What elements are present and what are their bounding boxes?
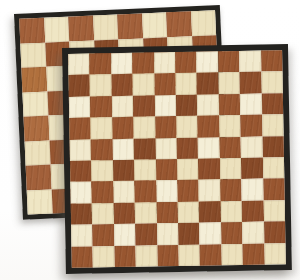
square-light xyxy=(156,180,178,202)
square-light xyxy=(264,243,286,265)
square-dark xyxy=(178,223,200,245)
square-light xyxy=(155,138,177,160)
square-dark xyxy=(21,67,47,93)
square-light xyxy=(154,95,176,117)
square-dark xyxy=(221,222,243,244)
square-dark xyxy=(218,51,240,73)
square-light xyxy=(199,222,221,244)
square-light xyxy=(25,140,51,166)
square-dark xyxy=(114,203,136,225)
square-dark xyxy=(219,94,241,116)
square-dark xyxy=(243,243,265,265)
square-light xyxy=(175,73,197,95)
square-dark xyxy=(263,179,285,201)
square-light xyxy=(220,158,242,180)
square-light xyxy=(112,138,134,160)
square-dark xyxy=(71,246,93,268)
square-light xyxy=(196,51,218,73)
square-dark xyxy=(111,74,133,96)
square-dark xyxy=(19,18,45,44)
square-light xyxy=(242,179,264,201)
square-dark xyxy=(69,118,91,140)
square-light xyxy=(111,53,133,75)
square-light xyxy=(178,244,200,266)
square-dark xyxy=(262,136,284,158)
square-light xyxy=(27,189,53,215)
square-light xyxy=(135,202,157,224)
square-dark xyxy=(155,116,177,138)
square-dark xyxy=(133,95,155,117)
square-light xyxy=(68,54,90,76)
square-dark xyxy=(154,73,176,95)
square-light xyxy=(134,159,156,181)
square-dark xyxy=(261,93,283,115)
square-light xyxy=(91,117,113,139)
square-dark xyxy=(198,115,220,137)
square-light xyxy=(93,15,119,41)
square-light xyxy=(176,116,198,138)
square-light xyxy=(20,42,46,68)
square-dark xyxy=(92,224,114,246)
square-dark xyxy=(177,180,199,202)
square-dark xyxy=(198,158,220,180)
square-dark xyxy=(261,50,283,72)
square-light xyxy=(92,203,114,225)
square-dark xyxy=(200,244,222,266)
square-light xyxy=(93,246,115,268)
square-light xyxy=(241,136,263,158)
square-light xyxy=(133,74,155,96)
square-dark xyxy=(112,117,134,139)
square-dark xyxy=(68,16,94,42)
square-light xyxy=(70,139,92,161)
square-light xyxy=(197,94,219,116)
square-light xyxy=(198,137,220,159)
square-light xyxy=(70,182,92,204)
square-light xyxy=(114,224,136,246)
square-dark xyxy=(166,11,192,37)
square-light xyxy=(112,96,134,118)
square-dark xyxy=(240,115,262,137)
square-light xyxy=(219,115,241,137)
square-dark xyxy=(156,202,178,224)
square-dark xyxy=(177,137,199,159)
square-light xyxy=(177,159,199,181)
square-light xyxy=(91,160,113,182)
square-light xyxy=(262,114,284,136)
square-dark xyxy=(92,182,114,204)
square-light xyxy=(178,201,200,223)
square-dark xyxy=(23,116,49,142)
square-dark xyxy=(264,221,286,243)
square-light xyxy=(136,245,158,267)
square-light xyxy=(221,243,243,265)
square-dark xyxy=(117,13,143,39)
square-dark xyxy=(70,160,92,182)
square-light xyxy=(142,12,168,38)
square-light xyxy=(71,225,93,247)
square-dark xyxy=(134,138,156,160)
square-dark xyxy=(156,159,178,181)
square-dark xyxy=(114,245,136,267)
square-dark xyxy=(240,72,262,94)
square-dark xyxy=(113,160,135,182)
square-dark xyxy=(176,94,198,116)
square-dark xyxy=(71,203,93,225)
square-dark xyxy=(135,181,157,203)
square-dark xyxy=(68,75,90,97)
square-dark xyxy=(157,245,179,267)
square-light xyxy=(220,201,242,223)
square-dark xyxy=(91,139,113,161)
square-light xyxy=(22,91,48,117)
square-light xyxy=(239,51,261,73)
square-light xyxy=(90,75,112,97)
square-light xyxy=(113,181,135,203)
square-light xyxy=(191,10,217,36)
square-dark xyxy=(132,52,154,74)
square-light xyxy=(154,52,176,74)
square-light xyxy=(133,117,155,139)
square-light xyxy=(263,200,285,222)
square-dark xyxy=(175,52,197,74)
square-dark xyxy=(197,73,219,95)
square-dark xyxy=(242,200,264,222)
product-photo xyxy=(0,0,300,280)
draughts-board-10x10 xyxy=(62,44,292,274)
square-light xyxy=(157,223,179,245)
square-dark xyxy=(241,158,263,180)
square-light xyxy=(44,17,70,43)
square-dark xyxy=(219,136,241,158)
square-light xyxy=(69,96,91,118)
square-dark xyxy=(220,179,242,201)
board-grid xyxy=(68,50,286,268)
square-light xyxy=(263,157,285,179)
square-dark xyxy=(89,53,111,75)
square-dark xyxy=(90,96,112,118)
square-light xyxy=(242,222,264,244)
square-light xyxy=(199,180,221,202)
square-light xyxy=(218,72,240,94)
square-dark xyxy=(135,224,157,246)
square-dark xyxy=(26,165,52,191)
square-light xyxy=(240,93,262,115)
square-light xyxy=(261,72,283,94)
square-dark xyxy=(199,201,221,223)
